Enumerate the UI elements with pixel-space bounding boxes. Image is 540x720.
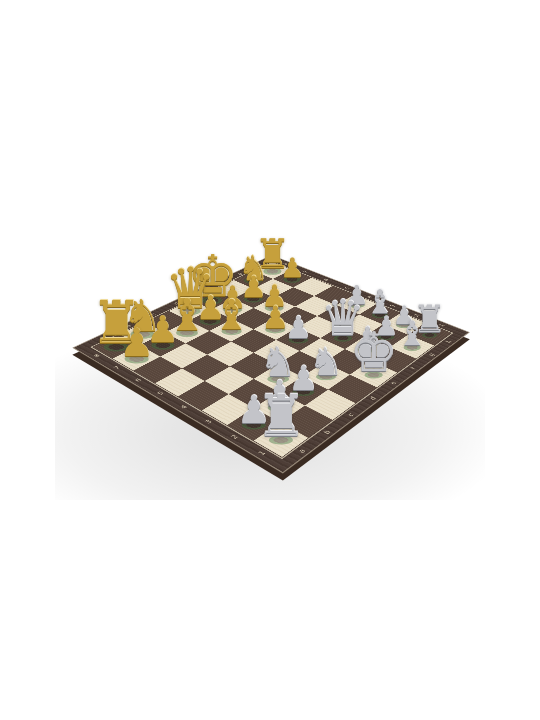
coord-rank-6-hfile-edge: 6 xyxy=(322,278,329,281)
piece-gold-bishop-d6[interactable]: ♝ xyxy=(213,294,250,336)
piece-gold-pawn-a7[interactable]: ♟ xyxy=(119,324,154,363)
coord-file-g-rank1-edge: g xyxy=(427,352,435,356)
coord-file-f-rank1-edge: f xyxy=(409,366,417,370)
piece-silver-bishop-g1[interactable]: ♝ xyxy=(397,318,427,352)
coord-file-b-rank1-edge: b xyxy=(322,429,332,435)
piece-silver-king-e1[interactable]: ♚ xyxy=(349,326,397,380)
piece-silver-rook-a1[interactable]: ♜ xyxy=(255,388,307,446)
coord-file-c-rank1-edge: c xyxy=(346,412,355,417)
coord-rank-3-afile-edge: 3 xyxy=(204,419,213,425)
product-photo-canvas: 88aa77bb66cc55dd44ee33ff22gg11hh ♜♞♛♚♞♜♟… xyxy=(0,0,540,720)
coord-rank-1-afile-edge: 1 xyxy=(257,450,267,456)
coord-rank-4-afile-edge: 4 xyxy=(179,404,188,409)
coord-rank-5-afile-edge: 5 xyxy=(156,391,165,396)
coord-rank-6-afile-edge: 6 xyxy=(134,378,143,383)
coord-rank-7-afile-edge: 7 xyxy=(113,365,121,370)
coord-file-d-rank1-edge: d xyxy=(368,396,377,401)
coord-rank-2-afile-edge: 2 xyxy=(229,434,239,440)
